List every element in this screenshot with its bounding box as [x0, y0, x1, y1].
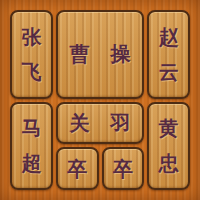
block-zhangfei[interactable]: 张 飞	[10, 10, 53, 99]
block-char: 马	[21, 118, 41, 138]
block-char: 曹	[70, 44, 90, 64]
block-char: 关	[70, 113, 90, 133]
block-char: 云	[159, 62, 179, 82]
block-soldier-2[interactable]: 卒	[102, 147, 145, 190]
block-guanyu[interactable]: 关 羽	[56, 102, 145, 145]
block-caocao[interactable]: 曹 操	[56, 10, 145, 99]
block-char: 卒	[67, 159, 87, 179]
block-char: 忠	[159, 153, 179, 173]
block-char: 赵	[159, 27, 179, 47]
block-char: 超	[21, 153, 41, 173]
block-char: 飞	[21, 62, 41, 82]
block-zhaoyun[interactable]: 赵 云	[147, 10, 190, 99]
block-char: 张	[21, 27, 41, 47]
block-char: 卒	[113, 159, 133, 179]
block-char: 操	[111, 44, 131, 64]
block-soldier-1[interactable]: 卒	[56, 147, 99, 190]
block-huangzhong[interactable]: 黄 忠	[147, 102, 190, 191]
block-char: 羽	[111, 113, 131, 133]
block-machao[interactable]: 马 超	[10, 102, 53, 191]
block-char: 黄	[159, 118, 179, 138]
klotski-board: 张 飞 曹 操 赵 云 马 超 关 羽 卒 卒 黄 忠	[0, 0, 200, 200]
